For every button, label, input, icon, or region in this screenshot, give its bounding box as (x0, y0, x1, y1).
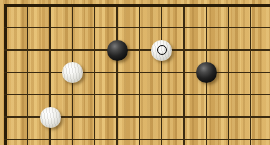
white-stone[interactable] (40, 107, 61, 128)
grid-line-vertical (183, 4, 184, 145)
grid-line-vertical (116, 4, 117, 145)
black-stone[interactable] (196, 62, 217, 83)
grid-line-horizontal (4, 27, 270, 28)
grid-line-vertical (27, 4, 28, 145)
grid-line-vertical (139, 4, 140, 145)
white-stone[interactable] (151, 40, 172, 61)
grid-line-vertical (250, 4, 251, 145)
white-stone[interactable] (62, 62, 83, 83)
board-edge-line-top (4, 4, 270, 7)
grid-line-horizontal (4, 49, 270, 50)
grid-line-vertical (161, 4, 162, 145)
go-board[interactable] (0, 0, 270, 145)
grid-line-horizontal (4, 139, 270, 140)
grid-line-horizontal (4, 94, 270, 95)
black-stone[interactable] (107, 40, 128, 61)
board-edge-line-left (4, 4, 7, 145)
grid-line-vertical (94, 4, 95, 145)
grid-line-horizontal (4, 72, 270, 73)
last-move-circle-marker (157, 45, 167, 55)
grid-line-vertical (228, 4, 229, 145)
